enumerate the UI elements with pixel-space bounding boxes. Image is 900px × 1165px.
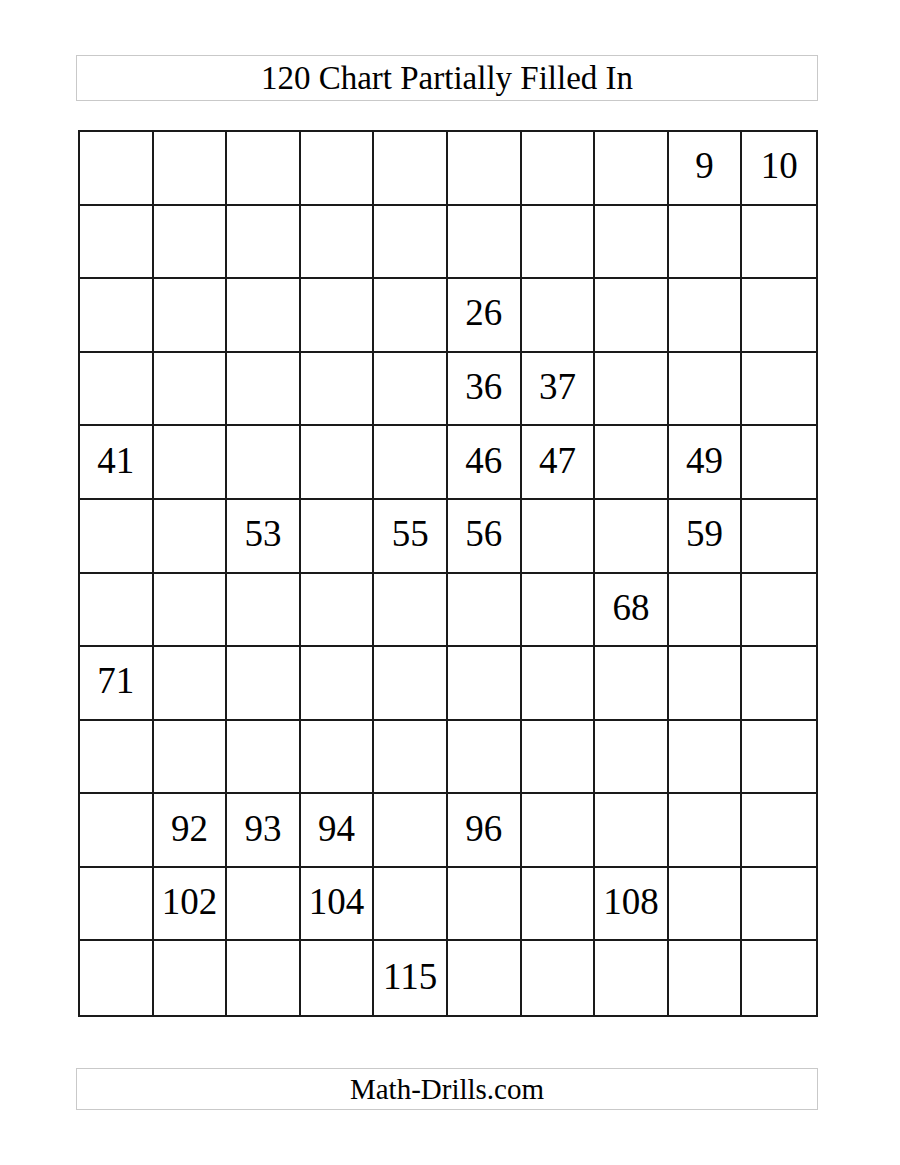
grid-cell-empty[interactable] — [522, 721, 596, 795]
grid-cell-empty[interactable] — [742, 794, 816, 868]
grid-cell-empty[interactable] — [742, 279, 816, 353]
grid-cell-filled: 49 — [669, 426, 743, 500]
grid-cell-empty[interactable] — [154, 941, 228, 1015]
grid-cell-empty[interactable] — [301, 426, 375, 500]
grid-cell-empty[interactable] — [301, 647, 375, 721]
grid-cell-empty[interactable] — [80, 574, 154, 648]
grid-cell-empty[interactable] — [227, 647, 301, 721]
grid-cell-empty[interactable] — [522, 500, 596, 574]
grid-cell-empty[interactable] — [595, 353, 669, 427]
grid-cell-empty[interactable] — [374, 426, 448, 500]
footer-text: Math-Drills.com — [350, 1073, 544, 1106]
grid-cell-empty[interactable] — [669, 353, 743, 427]
grid-cell-empty[interactable] — [742, 941, 816, 1015]
grid-cell-empty[interactable] — [448, 206, 522, 280]
grid-cell-empty[interactable] — [669, 647, 743, 721]
grid-cell-empty[interactable] — [374, 279, 448, 353]
worksheet-title-box: 120 Chart Partially Filled In — [76, 55, 818, 101]
grid-cell-empty[interactable] — [448, 721, 522, 795]
grid-cell-empty[interactable] — [80, 721, 154, 795]
cell-number: 108 — [603, 883, 659, 920]
grid-cell-filled: 68 — [595, 574, 669, 648]
grid-cell-empty[interactable] — [742, 426, 816, 500]
grid-cell-filled: 59 — [669, 500, 743, 574]
grid-cell-empty[interactable] — [742, 647, 816, 721]
page-title: 120 Chart Partially Filled In — [261, 60, 633, 97]
grid-cell-empty[interactable] — [154, 721, 228, 795]
grid-cell-filled: 93 — [227, 794, 301, 868]
grid-cell-filled: 55 — [374, 500, 448, 574]
grid-cell-filled: 47 — [522, 426, 596, 500]
grid-cell-empty[interactable] — [374, 206, 448, 280]
grid-cell-empty[interactable] — [374, 647, 448, 721]
grid-cell-empty[interactable] — [595, 794, 669, 868]
grid-cell-empty[interactable] — [448, 132, 522, 206]
cell-number: 115 — [383, 958, 437, 995]
grid-cell-filled: 9 — [669, 132, 743, 206]
grid-cell-empty[interactable] — [742, 868, 816, 942]
grid-cell-empty[interactable] — [742, 206, 816, 280]
grid-cell-empty[interactable] — [227, 721, 301, 795]
grid-cell-empty[interactable] — [595, 647, 669, 721]
cell-number: 37 — [539, 368, 576, 405]
grid-cell-filled: 115 — [374, 941, 448, 1015]
grid-cell-empty[interactable] — [80, 868, 154, 942]
grid-cell-filled: 46 — [448, 426, 522, 500]
cell-number: 59 — [686, 515, 723, 552]
grid-cell-filled: 96 — [448, 794, 522, 868]
grid-cell-empty[interactable] — [80, 794, 154, 868]
grid-cell-empty[interactable] — [374, 574, 448, 648]
grid-cell-empty[interactable] — [154, 279, 228, 353]
grid-cell-filled: 10 — [742, 132, 816, 206]
cell-number: 10 — [761, 147, 798, 184]
cell-number: 41 — [97, 442, 134, 479]
grid-cell-empty[interactable] — [80, 941, 154, 1015]
grid-cell-empty[interactable] — [301, 279, 375, 353]
grid-cell-empty[interactable] — [522, 647, 596, 721]
grid-cell-filled: 41 — [80, 426, 154, 500]
grid-cell-empty[interactable] — [669, 206, 743, 280]
grid-cell-empty[interactable] — [374, 721, 448, 795]
grid-cell-empty[interactable] — [374, 868, 448, 942]
grid-cell-filled: 108 — [595, 868, 669, 942]
grid-cell-empty[interactable] — [227, 353, 301, 427]
grid-cell-empty[interactable] — [227, 279, 301, 353]
grid-cell-empty[interactable] — [301, 721, 375, 795]
grid-cell-empty[interactable] — [448, 574, 522, 648]
grid-cell-filled: 104 — [301, 868, 375, 942]
grid-cell-empty[interactable] — [154, 500, 228, 574]
grid-cell-empty[interactable] — [154, 426, 228, 500]
grid-cell-empty[interactable] — [227, 868, 301, 942]
cell-number: 104 — [309, 883, 365, 920]
grid-cell-empty[interactable] — [154, 132, 228, 206]
grid-cell-empty[interactable] — [448, 868, 522, 942]
cell-number: 102 — [162, 883, 218, 920]
cell-number: 53 — [244, 515, 281, 552]
grid-cell-empty[interactable] — [595, 721, 669, 795]
cell-number: 56 — [465, 515, 502, 552]
cell-number: 36 — [465, 368, 502, 405]
grid-cell-empty[interactable] — [669, 574, 743, 648]
grid-cell-empty[interactable] — [80, 500, 154, 574]
grid-cell-empty[interactable] — [448, 647, 522, 721]
cell-number: 68 — [612, 589, 649, 626]
grid-cell-empty[interactable] — [227, 426, 301, 500]
grid-cell-empty[interactable] — [227, 206, 301, 280]
cell-number: 92 — [171, 810, 208, 847]
grid-cell-empty[interactable] — [301, 574, 375, 648]
grid-cell-empty[interactable] — [522, 868, 596, 942]
grid-cell-filled: 53 — [227, 500, 301, 574]
cell-number: 55 — [392, 515, 429, 552]
grid-cell-empty[interactable] — [742, 721, 816, 795]
cell-number: 71 — [97, 662, 134, 699]
grid-cell-empty[interactable] — [595, 279, 669, 353]
grid-cell-empty[interactable] — [522, 794, 596, 868]
cell-number: 47 — [539, 442, 576, 479]
grid-cell-empty[interactable] — [227, 574, 301, 648]
grid-cell-empty[interactable] — [301, 132, 375, 206]
cell-number: 9 — [695, 147, 714, 184]
grid-cell-filled: 94 — [301, 794, 375, 868]
grid-cell-empty[interactable] — [80, 206, 154, 280]
grid-cell-empty[interactable] — [154, 206, 228, 280]
grid-cell-empty[interactable] — [595, 426, 669, 500]
grid-cell-empty[interactable] — [374, 353, 448, 427]
grid-cell-empty[interactable] — [669, 941, 743, 1015]
grid-cell-empty[interactable] — [154, 353, 228, 427]
cell-number: 93 — [244, 810, 281, 847]
grid-cell-empty[interactable] — [742, 500, 816, 574]
number-grid: 9102636374146474953555659687192939496102… — [78, 130, 818, 1017]
grid-cell-empty[interactable] — [522, 279, 596, 353]
grid-cell-empty[interactable] — [80, 279, 154, 353]
worksheet-footer-box: Math-Drills.com — [76, 1068, 818, 1110]
grid-cell-filled: 26 — [448, 279, 522, 353]
grid-cell-filled: 37 — [522, 353, 596, 427]
grid-cell-filled: 56 — [448, 500, 522, 574]
grid-cell-empty[interactable] — [669, 279, 743, 353]
grid-cell-empty[interactable] — [595, 500, 669, 574]
grid-cell-empty[interactable] — [522, 941, 596, 1015]
grid-cell-filled: 92 — [154, 794, 228, 868]
grid-cell-filled: 36 — [448, 353, 522, 427]
grid-cell-empty[interactable] — [595, 132, 669, 206]
grid-cell-filled: 71 — [80, 647, 154, 721]
grid-cell-empty[interactable] — [301, 206, 375, 280]
grid-cell-empty[interactable] — [742, 353, 816, 427]
grid-cell-empty[interactable] — [522, 132, 596, 206]
grid-cell-empty[interactable] — [669, 794, 743, 868]
grid-cell-empty[interactable] — [374, 132, 448, 206]
grid-cell-empty[interactable] — [595, 206, 669, 280]
grid-cell-empty[interactable] — [301, 500, 375, 574]
grid-cell-empty[interactable] — [80, 132, 154, 206]
worksheet-page: 120 Chart Partially Filled In 9102636374… — [0, 0, 900, 1165]
grid-cell-empty[interactable] — [227, 132, 301, 206]
grid-cell-empty[interactable] — [80, 353, 154, 427]
grid-cell-empty[interactable] — [374, 794, 448, 868]
grid-cell-empty[interactable] — [595, 941, 669, 1015]
grid-cell-empty[interactable] — [301, 941, 375, 1015]
grid-cell-empty[interactable] — [522, 574, 596, 648]
grid-cell-empty[interactable] — [301, 353, 375, 427]
cell-number: 96 — [465, 810, 502, 847]
cell-number: 26 — [465, 294, 502, 331]
grid-cell-empty[interactable] — [448, 941, 522, 1015]
grid-cell-empty[interactable] — [154, 574, 228, 648]
cell-number: 49 — [686, 442, 723, 479]
cell-number: 94 — [318, 810, 355, 847]
cell-number: 46 — [465, 442, 502, 479]
grid-cell-empty[interactable] — [522, 206, 596, 280]
grid-cell-empty[interactable] — [742, 574, 816, 648]
grid-cell-filled: 102 — [154, 868, 228, 942]
grid-cell-empty[interactable] — [154, 647, 228, 721]
grid-cell-empty[interactable] — [669, 721, 743, 795]
grid-cell-empty[interactable] — [227, 941, 301, 1015]
grid-cell-empty[interactable] — [669, 868, 743, 942]
